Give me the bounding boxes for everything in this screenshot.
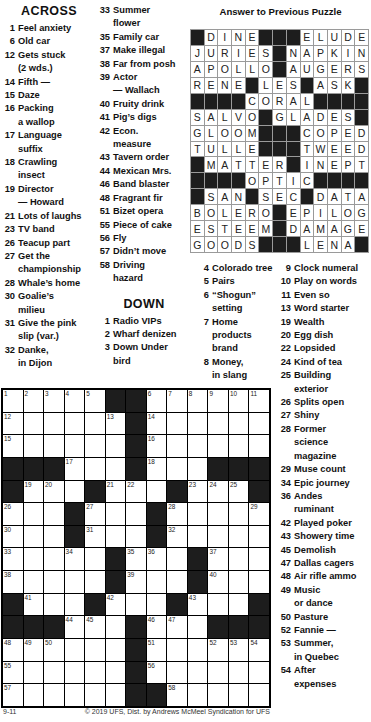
puzzle-cell[interactable]: 45 (85, 616, 105, 638)
puzzle-cell[interactable] (106, 526, 126, 548)
answer-letter-cell: E (328, 110, 341, 125)
answer-letter-cell: O (246, 173, 259, 188)
puzzle-cell[interactable] (126, 503, 146, 525)
puzzle-cell[interactable]: 57 (3, 684, 23, 706)
puzzle-cell[interactable] (24, 526, 44, 548)
puzzle-cell[interactable]: 10 (229, 390, 249, 412)
puzzle-cell[interactable]: 48 (3, 639, 23, 661)
puzzle-cell[interactable] (188, 503, 208, 525)
puzzle-cell[interactable] (65, 639, 85, 661)
puzzle-cell[interactable] (147, 571, 167, 593)
puzzle-cell[interactable]: 50 (44, 639, 64, 661)
clue-number: 56 (97, 232, 110, 245)
answer-letter-cell: L (232, 142, 245, 157)
answer-letter-cell: J (191, 46, 204, 61)
clue-2: 2Wharf denizen (97, 328, 191, 341)
puzzle-cell[interactable] (167, 571, 187, 593)
cell-number: 54 (250, 639, 257, 647)
answer-letter-cell: E (246, 142, 259, 157)
puzzle-cell[interactable] (44, 503, 64, 525)
puzzle-cell[interactable] (44, 548, 64, 570)
clue-text: Showery time (294, 530, 354, 543)
puzzle-cell[interactable]: 3 (44, 390, 64, 412)
puzzle-cell[interactable] (229, 435, 249, 457)
puzzle-cell[interactable]: 39 (126, 571, 146, 593)
answer-letter-cell: O (218, 237, 231, 252)
puzzle-cell[interactable] (44, 662, 64, 684)
answer-letter-cell: I (342, 46, 355, 61)
clue-number: 1 (97, 315, 110, 328)
clue-number: 6 (2, 35, 15, 48)
puzzle-cell[interactable] (44, 571, 64, 593)
puzzle-cell[interactable]: 31 (85, 526, 105, 548)
puzzle-block-cell (106, 548, 126, 570)
puzzle-cell[interactable]: 4 (65, 390, 85, 412)
clue-15: 15Daze (2, 89, 96, 102)
answer-block-cell (218, 94, 231, 109)
cell-number: 35 (127, 548, 134, 556)
clue-number: 30 (2, 290, 15, 303)
puzzle-cell[interactable]: 1 (3, 390, 23, 412)
cell-number: 22 (127, 481, 134, 489)
clue-number: 7 (196, 316, 209, 329)
puzzle-cell[interactable] (24, 548, 44, 570)
puzzle-cell[interactable]: 51 (147, 639, 167, 661)
puzzle-cell[interactable]: 42 (106, 594, 126, 616)
answer-letter-cell: L (246, 62, 259, 77)
cell-number: 26 (4, 503, 11, 511)
puzzle-cell[interactable]: 9 (208, 390, 228, 412)
puzzle-cell[interactable] (229, 548, 249, 570)
puzzle-cell[interactable]: 40 (208, 571, 228, 593)
puzzle-cell[interactable] (65, 662, 85, 684)
puzzle-cell[interactable] (249, 526, 269, 548)
clue-text: Air rifle ammo (294, 570, 357, 583)
puzzle-cell[interactable]: 24 (208, 481, 228, 503)
puzzle-cell[interactable]: 53 (229, 639, 249, 661)
cell-number: 33 (4, 548, 11, 556)
answer-letter-cell: T (218, 221, 231, 236)
answer-letter-cell: O (218, 126, 231, 141)
clue-number: 52 (278, 624, 291, 637)
puzzle-cell[interactable]: 19 (24, 481, 44, 503)
puzzle-cell[interactable] (85, 548, 105, 570)
cell-number: 31 (86, 526, 93, 534)
puzzle-cell[interactable] (208, 526, 228, 548)
answer-letter-cell: O (259, 94, 272, 109)
cell-number: 46 (148, 616, 155, 624)
clue-text: Far from posh (113, 58, 176, 71)
answer-block-cell (246, 78, 259, 93)
answer-letter-cell: M (246, 126, 259, 141)
answer-letter-cell: T (355, 157, 368, 172)
clue-text: Pairs (212, 275, 235, 288)
cell-number: 50 (45, 639, 52, 647)
clue-40: 40Fruity drink (97, 98, 191, 111)
puzzle-cell[interactable]: 43 (188, 594, 208, 616)
clue-text: Fannie — (294, 624, 336, 637)
answer-letter-cell: I (218, 30, 231, 45)
puzzle-cell[interactable] (24, 413, 44, 435)
puzzle-cell[interactable]: 58 (167, 684, 187, 706)
puzzle-cell[interactable] (126, 594, 146, 616)
clue-26: 26Teacup part (2, 237, 96, 250)
crossword-page: ACROSS 1Feel anxiety6Old car12Gets stuck… (0, 0, 371, 722)
puzzle-cell[interactable] (147, 594, 167, 616)
answer-letter-cell: L (301, 237, 314, 252)
puzzle-cell[interactable] (85, 662, 105, 684)
puzzle-cell[interactable] (106, 639, 126, 661)
clue-text: Home products brand (212, 316, 252, 356)
answer-block-cell (273, 62, 286, 77)
cell-number: 41 (25, 594, 32, 602)
answer-letter-cell: G (191, 126, 204, 141)
puzzle-cell[interactable]: 22 (126, 481, 146, 503)
clue-number: 19 (2, 183, 15, 196)
puzzle-cell[interactable] (44, 594, 64, 616)
clue-text: Give the pink slip (var.) (18, 317, 76, 344)
clue-number: 19 (278, 316, 291, 329)
cell-number: 17 (66, 458, 73, 466)
answer-letter-cell: S (328, 78, 341, 93)
clue-52: 52Fannie — (278, 624, 371, 637)
answer-letter-cell: L (218, 142, 231, 157)
answer-letter-cell: W (314, 142, 327, 157)
clue-32: 32Danke, in Dijon (2, 344, 96, 371)
clue-text: Econ. measure (113, 125, 151, 152)
clue-58: 58Driving hazard (97, 259, 191, 286)
cell-number: 48 (4, 639, 11, 647)
answer-letter-cell: A (342, 237, 355, 252)
clue-number: 16 (2, 102, 15, 115)
puzzle-cell[interactable]: 21 (106, 481, 126, 503)
answer-block-cell (273, 30, 286, 45)
puzzle-cell[interactable] (65, 413, 85, 435)
answer-letter-cell: E (342, 126, 355, 141)
puzzle-cell[interactable] (106, 435, 126, 457)
puzzle-block-cell (126, 413, 146, 435)
clue-text: Crawling insect (18, 156, 57, 183)
answer-letter-cell: L (301, 94, 314, 109)
answer-letter-cell: K (328, 46, 341, 61)
clue-text: Play on words (294, 275, 357, 288)
puzzle-cell[interactable] (167, 458, 187, 480)
answer-letter-cell: N (355, 46, 368, 61)
puzzle-cell[interactable]: 25 (229, 481, 249, 503)
answer-letter-cell: R (342, 62, 355, 77)
puzzle-cell[interactable]: 13 (106, 413, 126, 435)
clue-number: 49 (278, 584, 291, 597)
answer-grid: DINEELUDEJURIESNAPKINAPOLLOAUGERSRENELES… (190, 29, 369, 253)
clue-30: 30Goalie’s milieu (2, 290, 96, 317)
clue-22: 22Lopsided (278, 342, 371, 355)
answer-letter-cell: T (246, 157, 259, 172)
puzzle-cell[interactable] (188, 458, 208, 480)
cell-number: 23 (189, 481, 196, 489)
clue-text: Shiny (294, 409, 319, 422)
cell-number: 2 (25, 390, 29, 398)
puzzle-cell[interactable] (85, 571, 105, 593)
clue-text: Bizet opera (113, 205, 163, 218)
puzzle-cell[interactable]: 41 (24, 594, 44, 616)
puzzle-cell[interactable] (24, 662, 44, 684)
puzzle-cell[interactable]: 14 (147, 413, 167, 435)
puzzle-cell[interactable]: 7 (167, 390, 187, 412)
clue-43: 43Tavern order (97, 151, 191, 164)
clue-text: Dallas cagers (294, 557, 354, 570)
clue-text: Building exterior (294, 369, 331, 396)
clue-text: Actor — Wallach (113, 71, 160, 98)
answer-block-cell (287, 142, 300, 157)
answer-letter-cell: A (287, 94, 300, 109)
puzzle-cell[interactable]: 38 (3, 571, 23, 593)
clue-48: 48Air rifle ammo (278, 570, 371, 583)
answer-letter-cell: R (191, 78, 204, 93)
puzzle-cell[interactable] (44, 413, 64, 435)
puzzle-cell[interactable] (106, 684, 126, 706)
puzzle-cell[interactable]: 27 (85, 503, 105, 525)
clue-19: 19Director — Howard (2, 183, 96, 210)
puzzle-cell[interactable] (229, 594, 249, 616)
puzzle-cell[interactable] (229, 503, 249, 525)
puzzle-cell[interactable] (85, 458, 105, 480)
clue-text: Old car (18, 35, 50, 48)
puzzle-cell[interactable] (208, 594, 228, 616)
answer-letter-cell: S (259, 46, 272, 61)
answer-letter-cell: R (218, 46, 231, 61)
puzzle-cell[interactable] (24, 503, 44, 525)
across-clues-column: ACROSS 1Feel anxiety6Old car12Gets stuck… (2, 4, 96, 371)
answer-letter-cell: O (205, 237, 218, 252)
answer-letter-cell: O (205, 205, 218, 220)
puzzle-cell[interactable] (106, 662, 126, 684)
clue-number: 2 (97, 328, 110, 341)
clue-47: 47Dallas cagers (278, 557, 371, 570)
puzzle-cell[interactable] (24, 684, 44, 706)
puzzle-cell[interactable] (65, 435, 85, 457)
clue-26: 26Splits open (278, 396, 371, 409)
answer-letter-cell: D (355, 126, 368, 141)
answer-letter-cell: U (205, 46, 218, 61)
answer-letter-cell: E (205, 78, 218, 93)
answer-letter-cell: T (342, 189, 355, 204)
answer-letter-cell: D (355, 142, 368, 157)
clue-number: 27 (2, 250, 15, 263)
puzzle-cell[interactable] (65, 594, 85, 616)
puzzle-cell[interactable]: 20 (44, 481, 64, 503)
clue-text: Packing a wallop (18, 102, 55, 129)
puzzle-cell[interactable]: 6 (147, 390, 167, 412)
puzzle-cell[interactable]: 26 (3, 503, 23, 525)
puzzle-cell[interactable] (167, 548, 187, 570)
puzzle-cell[interactable]: 18 (147, 458, 167, 480)
cell-number: 57 (4, 684, 11, 692)
cell-number: 58 (168, 684, 175, 692)
puzzle-cell[interactable] (65, 684, 85, 706)
across-clues-1-32: 1Feel anxiety6Old car12Gets stuck (2 wds… (2, 22, 96, 371)
clue-48: 48Fragrant fir (97, 192, 191, 205)
puzzle-cell[interactable] (126, 526, 146, 548)
puzzle-cell[interactable] (85, 639, 105, 661)
puzzle-cell[interactable] (249, 662, 269, 684)
answer-block-cell (342, 94, 355, 109)
clue-25: 25Building exterior (278, 369, 371, 396)
puzzle-cell[interactable] (249, 571, 269, 593)
puzzle-cell[interactable] (208, 662, 228, 684)
puzzle-cell[interactable] (44, 526, 64, 548)
puzzle-cell[interactable]: 8 (188, 390, 208, 412)
answer-letter-cell: T (301, 142, 314, 157)
puzzle-cell[interactable] (249, 548, 269, 570)
clue-text: Language suffix (18, 129, 62, 156)
puzzle-cell[interactable] (188, 526, 208, 548)
clue-45: 45Demolish (278, 544, 371, 557)
answer-letter-cell: U (205, 142, 218, 157)
puzzle-block-cell (249, 481, 269, 503)
clue-text: Pasture (294, 611, 328, 624)
puzzle-cell[interactable]: 54 (249, 639, 269, 661)
clue-text: Splits open (294, 396, 344, 409)
answer-letter-cell: A (314, 78, 327, 93)
puzzle-cell[interactable] (188, 639, 208, 661)
puzzle-cell[interactable] (188, 413, 208, 435)
puzzle-cell[interactable]: 5 (85, 390, 105, 412)
puzzle-cell[interactable]: 15 (3, 435, 23, 457)
puzzle-cell[interactable] (85, 413, 105, 435)
puzzle-cell[interactable] (167, 435, 187, 457)
cell-number: 30 (4, 526, 11, 534)
answer-letter-cell: D (287, 221, 300, 236)
puzzle-cell[interactable] (208, 503, 228, 525)
puzzle-cell[interactable]: 33 (3, 548, 23, 570)
answer-letter-cell: L (218, 110, 231, 125)
puzzle-cell[interactable]: 36 (147, 548, 167, 570)
puzzle-cell[interactable] (106, 616, 126, 638)
answer-block-cell (301, 189, 314, 204)
clue-number: 9 (278, 262, 291, 275)
puzzle-cell[interactable] (106, 503, 126, 525)
puzzle-cell[interactable] (65, 481, 85, 503)
puzzle-cell[interactable] (249, 684, 269, 706)
puzzle-cell[interactable] (208, 435, 228, 457)
puzzle-cell[interactable]: 28 (167, 503, 187, 525)
puzzle-cell[interactable] (167, 413, 187, 435)
puzzle-cell[interactable] (106, 458, 126, 480)
puzzle-cell[interactable]: 11 (249, 390, 269, 412)
puzzle-cell[interactable] (188, 435, 208, 457)
puzzle-cell[interactable] (249, 413, 269, 435)
clue-11: 11Even so (278, 289, 371, 302)
puzzle-cell[interactable] (229, 684, 249, 706)
puzzle-cell[interactable]: 46 (147, 616, 167, 638)
answer-letter-cell: E (232, 221, 245, 236)
puzzle-cell[interactable] (208, 684, 228, 706)
puzzle-cell[interactable]: 34 (65, 548, 85, 570)
answer-letter-cell: E (273, 189, 286, 204)
clue-number: 6 (196, 289, 209, 302)
clue-44: 44Mexican Mrs. (97, 165, 191, 178)
answer-letter-cell: S (342, 110, 355, 125)
puzzle-cell[interactable] (229, 662, 249, 684)
puzzle-cell[interactable]: 2 (24, 390, 44, 412)
cell-number: 47 (168, 616, 175, 624)
clue-57: 57Didn’t move (97, 245, 191, 258)
clue-text: Clock numeral (294, 262, 358, 275)
puzzle-cell[interactable]: 55 (3, 662, 23, 684)
puzzle-cell[interactable]: 37 (208, 548, 228, 570)
puzzle-cell[interactable]: 56 (147, 662, 167, 684)
puzzle-cell[interactable] (208, 413, 228, 435)
puzzle-cell[interactable]: 35 (126, 548, 146, 570)
puzzle-cell[interactable]: 44 (65, 616, 85, 638)
clue-number: 43 (278, 530, 291, 543)
puzzle-cell[interactable] (167, 662, 187, 684)
puzzle-cell[interactable]: 52 (208, 639, 228, 661)
answer-letter-cell: N (232, 30, 245, 45)
clue-number: 8 (196, 356, 209, 369)
puzzle-cell[interactable]: 23 (188, 481, 208, 503)
clue-10: 10Play on words (278, 275, 371, 288)
answer-letter-cell: R (246, 205, 259, 220)
answer-letter-cell: O (246, 110, 259, 125)
puzzle-cell[interactable]: 12 (3, 413, 23, 435)
puzzle-cell[interactable] (24, 571, 44, 593)
puzzle-cell[interactable]: 47 (167, 616, 187, 638)
clue-number: 46 (97, 178, 110, 191)
clue-9: 9Clock numeral (278, 262, 371, 275)
answer-letter-cell: S (205, 189, 218, 204)
puzzle-cell[interactable]: 16 (147, 435, 167, 457)
answer-block-cell (328, 173, 341, 188)
puzzle-cell[interactable]: 17 (65, 458, 85, 480)
clue-27: 27Shiny (278, 409, 371, 422)
clue-text: Demolish (294, 544, 336, 557)
clue-number: 27 (278, 409, 291, 422)
puzzle-cell[interactable]: 29 (249, 503, 269, 525)
puzzle-cell[interactable] (249, 435, 269, 457)
puzzle-cell[interactable] (188, 684, 208, 706)
cell-number: 40 (209, 571, 216, 579)
puzzle-block-cell (249, 616, 269, 638)
puzzle-block-cell (147, 684, 167, 706)
puzzle-cell[interactable] (229, 526, 249, 548)
puzzle-block-cell (126, 458, 146, 480)
puzzle-cell[interactable] (65, 571, 85, 593)
clue-text: Pig’s digs (113, 111, 157, 124)
puzzle-cell[interactable] (85, 684, 105, 706)
puzzle-cell[interactable] (44, 435, 64, 457)
puzzle-cell[interactable]: 30 (3, 526, 23, 548)
puzzle-cell[interactable] (44, 684, 64, 706)
puzzle-cell[interactable] (188, 616, 208, 638)
clue-number: 36 (278, 490, 291, 503)
puzzle-cell[interactable] (147, 481, 167, 503)
puzzle-block-cell (126, 390, 146, 412)
answer-letter-cell: E (232, 78, 245, 93)
puzzle-cell[interactable] (167, 639, 187, 661)
puzzle-cell[interactable] (229, 413, 249, 435)
puzzle-cell[interactable] (188, 662, 208, 684)
cell-number: 36 (148, 548, 155, 556)
answer-letter-cell: E (259, 157, 272, 172)
puzzle-cell[interactable] (24, 435, 44, 457)
puzzle-cell[interactable]: 49 (24, 639, 44, 661)
puzzle-cell[interactable]: 32 (167, 526, 187, 548)
clue-18: 18Crawling insect (2, 156, 96, 183)
puzzle-cell[interactable] (229, 571, 249, 593)
puzzle-cell[interactable] (85, 435, 105, 457)
clue-text: Fragrant fir (113, 192, 163, 205)
